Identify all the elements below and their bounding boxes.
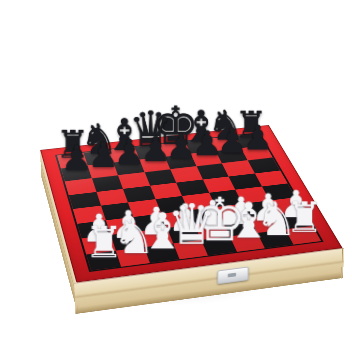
piece-white-rook-a1[interactable]: ♜ [65, 222, 143, 263]
chess-set-photo: ♜♞♝♛♚♝♞♜♟♟♟♟♟♟♟♟♟♟♟♟♟♟♟♟♜♞♝♛♚♝♞♜ [0, 0, 352, 352]
square-a1[interactable]: ♜ [86, 251, 120, 271]
square-c6[interactable] [118, 172, 150, 188]
metal-clasp [217, 266, 249, 284]
piece-black-pawn-a7[interactable]: ♟ [42, 142, 112, 175]
chess-board-box: ♜♞♝♛♚♝♞♜♟♟♟♟♟♟♟♟♟♟♟♟♟♟♟♟♜♞♝♛♚♝♞♜ [40, 125, 342, 283]
checkerboard: ♜♞♝♛♚♝♞♜♟♟♟♟♟♟♟♟♟♟♟♟♟♟♟♟♜♞♝♛♚♝♞♜ [55, 132, 324, 272]
scene: ♜♞♝♛♚♝♞♜♟♟♟♟♟♟♟♟♟♟♟♟♟♟♟♟♜♞♝♛♚♝♞♜ [0, 0, 352, 352]
